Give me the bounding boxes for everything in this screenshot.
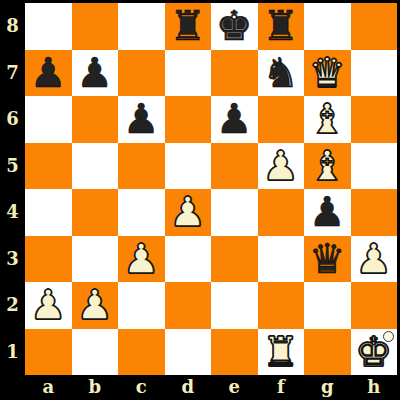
- black-pawn-g4[interactable]: ♟: [309, 189, 346, 236]
- square-d4[interactable]: ♟: [165, 189, 212, 236]
- square-d2[interactable]: [165, 282, 212, 329]
- square-e6[interactable]: ♟: [211, 96, 258, 143]
- square-g5[interactable]: ♝: [304, 143, 351, 190]
- square-g3[interactable]: ♛: [304, 236, 351, 283]
- square-g8[interactable]: [304, 3, 351, 50]
- file-label-a: a: [25, 375, 72, 400]
- square-g7[interactable]: ♛: [304, 50, 351, 97]
- white-pawn-a2[interactable]: ♟: [30, 282, 67, 329]
- file-label-b: b: [72, 375, 119, 400]
- square-h3[interactable]: ♟: [351, 236, 398, 283]
- square-a7[interactable]: ♟: [25, 50, 72, 97]
- square-h6[interactable]: [351, 96, 398, 143]
- square-c3[interactable]: ♟: [118, 236, 165, 283]
- square-c2[interactable]: [118, 282, 165, 329]
- square-d8[interactable]: ♜: [165, 3, 212, 50]
- square-a6[interactable]: [25, 96, 72, 143]
- square-g6[interactable]: ♝: [304, 96, 351, 143]
- square-h1[interactable]: ♚: [351, 329, 398, 376]
- square-c4[interactable]: [118, 189, 165, 236]
- square-f1[interactable]: ♜: [258, 329, 305, 376]
- white-bishop-g5[interactable]: ♝: [309, 143, 346, 190]
- square-c7[interactable]: [118, 50, 165, 97]
- square-h4[interactable]: [351, 189, 398, 236]
- square-f4[interactable]: [258, 189, 305, 236]
- square-b8[interactable]: [72, 3, 119, 50]
- white-queen-g7[interactable]: ♛: [309, 50, 346, 97]
- square-d5[interactable]: [165, 143, 212, 190]
- file-label-h: h: [351, 375, 398, 400]
- file-label-c: c: [118, 375, 165, 400]
- square-f3[interactable]: [258, 236, 305, 283]
- square-c8[interactable]: [118, 3, 165, 50]
- square-b1[interactable]: [72, 329, 119, 376]
- square-a3[interactable]: [25, 236, 72, 283]
- square-a2[interactable]: ♟: [25, 282, 72, 329]
- black-pawn-e6[interactable]: ♟: [216, 96, 253, 143]
- rank-label-2: 2: [0, 282, 25, 329]
- file-label-f: f: [258, 375, 305, 400]
- square-g1[interactable]: [304, 329, 351, 376]
- square-a5[interactable]: [25, 143, 72, 190]
- square-h8[interactable]: [351, 3, 398, 50]
- rank-label-5: 5: [0, 143, 25, 190]
- square-e2[interactable]: [211, 282, 258, 329]
- square-c5[interactable]: [118, 143, 165, 190]
- square-d7[interactable]: [165, 50, 212, 97]
- black-pawn-a7[interactable]: ♟: [30, 50, 67, 97]
- black-rook-d8[interactable]: ♜: [169, 3, 206, 50]
- square-d3[interactable]: [165, 236, 212, 283]
- rank-label-4: 4: [0, 189, 25, 236]
- square-b2[interactable]: ♟: [72, 282, 119, 329]
- white-pawn-h3[interactable]: ♟: [355, 236, 392, 283]
- file-label-g: g: [304, 375, 351, 400]
- square-a8[interactable]: [25, 3, 72, 50]
- square-a4[interactable]: [25, 189, 72, 236]
- square-d6[interactable]: [165, 96, 212, 143]
- square-e8[interactable]: ♚: [211, 3, 258, 50]
- square-f7[interactable]: ♞: [258, 50, 305, 97]
- rank-label-8: 8: [0, 3, 25, 50]
- white-rook-f1[interactable]: ♜: [262, 329, 299, 376]
- black-rook-f8[interactable]: ♜: [262, 3, 299, 50]
- black-queen-g3[interactable]: ♛: [309, 236, 346, 283]
- white-pawn-f5[interactable]: ♟: [262, 143, 299, 190]
- square-c6[interactable]: ♟: [118, 96, 165, 143]
- square-f2[interactable]: [258, 282, 305, 329]
- chess-board: ♜♚♜♟♟♞♛♟♟♝♟♝♟♟♟♛♟♟♟♜♚: [25, 3, 397, 375]
- white-bishop-g6[interactable]: ♝: [309, 96, 346, 143]
- black-pawn-c6[interactable]: ♟: [123, 96, 160, 143]
- black-knight-f7[interactable]: ♞: [262, 50, 299, 97]
- square-h2[interactable]: [351, 282, 398, 329]
- file-label-e: e: [211, 375, 258, 400]
- square-h5[interactable]: [351, 143, 398, 190]
- square-f6[interactable]: [258, 96, 305, 143]
- black-king-e8[interactable]: ♚: [216, 3, 253, 50]
- square-b5[interactable]: [72, 143, 119, 190]
- square-a1[interactable]: [25, 329, 72, 376]
- square-g4[interactable]: ♟: [304, 189, 351, 236]
- square-e7[interactable]: [211, 50, 258, 97]
- square-e4[interactable]: [211, 189, 258, 236]
- rank-label-1: 1: [0, 329, 25, 376]
- square-g2[interactable]: [304, 282, 351, 329]
- square-f8[interactable]: ♜: [258, 3, 305, 50]
- white-pawn-c3[interactable]: ♟: [123, 236, 160, 283]
- square-e3[interactable]: [211, 236, 258, 283]
- white-to-move-indicator: [383, 331, 394, 342]
- white-pawn-d4[interactable]: ♟: [169, 189, 206, 236]
- square-e1[interactable]: [211, 329, 258, 376]
- rank-label-3: 3: [0, 236, 25, 283]
- square-f5[interactable]: ♟: [258, 143, 305, 190]
- square-b6[interactable]: [72, 96, 119, 143]
- square-e5[interactable]: [211, 143, 258, 190]
- square-h7[interactable]: [351, 50, 398, 97]
- square-d1[interactable]: [165, 329, 212, 376]
- file-label-d: d: [165, 375, 212, 400]
- chess-puzzle-diagram: ♜♚♜♟♟♞♛♟♟♝♟♝♟♟♟♛♟♟♟♜♚ 87654321 abcdefgh: [0, 0, 400, 400]
- black-pawn-b7[interactable]: ♟: [76, 50, 113, 97]
- white-pawn-b2[interactable]: ♟: [76, 282, 113, 329]
- square-b3[interactable]: [72, 236, 119, 283]
- square-c1[interactable]: [118, 329, 165, 376]
- square-b7[interactable]: ♟: [72, 50, 119, 97]
- rank-label-7: 7: [0, 50, 25, 97]
- square-b4[interactable]: [72, 189, 119, 236]
- rank-label-6: 6: [0, 96, 25, 143]
